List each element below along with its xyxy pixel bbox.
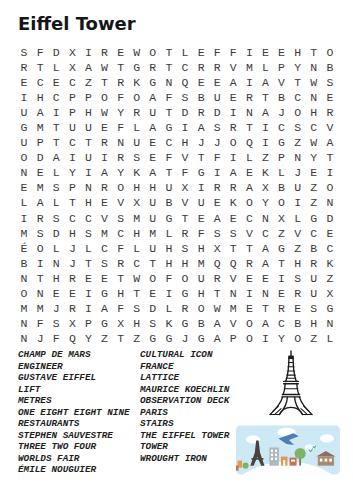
grid-cell: L: [48, 195, 64, 210]
word-list-item: RESTAURANTS: [18, 418, 130, 430]
grid-cell: Z: [80, 75, 96, 90]
grid-cell: G: [177, 286, 193, 301]
grid-cell: H: [193, 286, 209, 301]
grid-cell: G: [274, 135, 290, 150]
grid-cell: R: [241, 90, 257, 105]
grid-cell: P: [80, 316, 96, 331]
grid-cell: U: [193, 195, 209, 210]
grid-cell: S: [145, 316, 161, 331]
grid-cell: U: [145, 241, 161, 256]
grid-cell: V: [290, 226, 306, 241]
grid-cell: A: [257, 256, 273, 271]
word-list-item: CULTURAL ICON: [140, 349, 229, 361]
word-list-left: CHAMP DE MARSENGINEERGUSTAVE EIFFELLIFTM…: [18, 349, 130, 476]
grid-cell: F: [225, 45, 241, 60]
grid-cell: S: [129, 301, 145, 316]
grid-cell: E: [241, 271, 257, 286]
grid-cell: S: [48, 211, 64, 226]
grid-cell: Q: [241, 135, 257, 150]
grid-cell: F: [209, 150, 225, 165]
grid-cell: V: [225, 316, 241, 331]
grid-cell: O: [290, 331, 306, 346]
grid-cell: R: [290, 286, 306, 301]
grid-cell: M: [32, 180, 48, 195]
grid-cell: M: [241, 60, 257, 75]
grid-cell: B: [306, 241, 322, 256]
grid-cell: X: [322, 286, 338, 301]
grid-cell: A: [209, 211, 225, 226]
grid-cell: M: [129, 211, 145, 226]
grid-cell: K: [257, 165, 273, 180]
grid-cell: N: [16, 165, 32, 180]
grid-cell: X: [129, 195, 145, 210]
grid-cell: V: [177, 195, 193, 210]
grid-cell: T: [193, 150, 209, 165]
grid-cell: G: [96, 286, 112, 301]
grid-cell: G: [193, 165, 209, 180]
grid-cell: C: [257, 226, 273, 241]
grid-cell: H: [64, 226, 80, 241]
grid-cell: H: [193, 241, 209, 256]
grid-cell: T: [274, 256, 290, 271]
grid-cell: Y: [290, 60, 306, 75]
grid-cell: A: [225, 75, 241, 90]
grid-cell: S: [177, 90, 193, 105]
word-list-item: THE EIFFEL TOWER: [140, 430, 229, 442]
grid-cell: I: [96, 150, 112, 165]
grid-cell: N: [322, 316, 338, 331]
grid-cell: P: [32, 135, 48, 150]
grid-cell: R: [129, 105, 145, 120]
grid-cell: J: [48, 301, 64, 316]
grid-cell: C: [64, 211, 80, 226]
grid-cell: O: [177, 271, 193, 286]
grid-cell: R: [225, 180, 241, 195]
grid-cell: C: [113, 226, 129, 241]
grid-cell: P: [225, 331, 241, 346]
grid-cell: B: [16, 256, 32, 271]
grid-cell: B: [161, 195, 177, 210]
grid-cell: K: [225, 195, 241, 210]
grid-cell: I: [209, 165, 225, 180]
grid-cell: X: [257, 180, 273, 195]
grid-cell: E: [225, 211, 241, 226]
grid-cell: T: [177, 211, 193, 226]
grid-cell: N: [80, 180, 96, 195]
grid-cell: L: [161, 301, 177, 316]
grid-cell: M: [193, 256, 209, 271]
grid-cell: C: [32, 75, 48, 90]
grid-cell: T: [257, 301, 273, 316]
grid-cell: F: [161, 150, 177, 165]
grid-cell: N: [32, 286, 48, 301]
grid-cell: Z: [290, 135, 306, 150]
word-list-item: GUSTAVE EIFFEL: [18, 372, 130, 384]
grid-cell: A: [257, 316, 273, 331]
grid-cell: H: [113, 286, 129, 301]
grid-cell: D: [209, 105, 225, 120]
grid-cell: L: [290, 211, 306, 226]
grid-cell: R: [193, 105, 209, 120]
grid-cell: X: [64, 316, 80, 331]
grid-cell: C: [306, 120, 322, 135]
grid-cell: U: [209, 90, 225, 105]
grid-cell: J: [290, 165, 306, 180]
grid-cell: H: [32, 90, 48, 105]
grid-cell: V: [322, 120, 338, 135]
grid-cell: U: [193, 271, 209, 286]
grid-cell: N: [241, 105, 257, 120]
grid-cell: N: [257, 211, 273, 226]
grid-cell: R: [16, 60, 32, 75]
grid-cell: E: [322, 226, 338, 241]
grid-cell: B: [274, 90, 290, 105]
grid-cell: G: [322, 301, 338, 316]
grid-cell: Q: [177, 75, 193, 90]
grid-cell: A: [145, 90, 161, 105]
grid-cell: M: [32, 301, 48, 316]
grid-cell: J: [274, 105, 290, 120]
grid-cell: M: [32, 120, 48, 135]
grid-cell: H: [80, 195, 96, 210]
grid-cell: K: [129, 75, 145, 90]
grid-cell: T: [48, 120, 64, 135]
grid-cell: H: [290, 45, 306, 60]
grid-cell: U: [80, 120, 96, 135]
grid-cell: R: [274, 301, 290, 316]
grid-cell: W: [306, 75, 322, 90]
grid-cell: E: [241, 165, 257, 180]
grid-cell: D: [32, 150, 48, 165]
grid-cell: R: [96, 180, 112, 195]
grid-cell: T: [145, 256, 161, 271]
grid-cell: X: [177, 180, 193, 195]
grid-cell: O: [16, 286, 32, 301]
grid-cell: U: [16, 135, 32, 150]
grid-cell: C: [306, 226, 322, 241]
grid-cell: R: [177, 301, 193, 316]
grid-cell: E: [145, 150, 161, 165]
grid-cell: X: [209, 241, 225, 256]
grid-cell: F: [177, 165, 193, 180]
grid-cell: R: [322, 105, 338, 120]
grid-cell: T: [161, 105, 177, 120]
grid-cell: T: [80, 135, 96, 150]
grid-cell: E: [257, 45, 273, 60]
grid-cell: H: [161, 256, 177, 271]
grid-cell: V: [225, 60, 241, 75]
grid-cell: Y: [257, 195, 273, 210]
grid-cell: E: [193, 211, 209, 226]
grid-cell: E: [16, 75, 32, 90]
grid-cell: C: [48, 90, 64, 105]
grid-cell: I: [177, 120, 193, 135]
grid-cell: U: [129, 135, 145, 150]
grid-cell: M: [16, 301, 32, 316]
grid-cell: A: [32, 195, 48, 210]
word-list-item: CHAMP DE MARS: [18, 349, 130, 361]
grid-cell: Y: [80, 331, 96, 346]
grid-cell: L: [48, 60, 64, 75]
grid-cell: I: [193, 180, 209, 195]
grid-cell: E: [306, 165, 322, 180]
word-list-item: LATTICE: [140, 372, 229, 384]
grid-cell: B: [193, 316, 209, 331]
grid-cell: E: [193, 75, 209, 90]
grid-cell: W: [306, 135, 322, 150]
grid-cell: L: [48, 241, 64, 256]
grid-cell: X: [274, 211, 290, 226]
grid-cell: N: [16, 271, 32, 286]
grid-cell: I: [64, 150, 80, 165]
grid-cell: E: [274, 45, 290, 60]
grid-cell: R: [306, 256, 322, 271]
grid-cell: A: [209, 316, 225, 331]
grid-cell: Z: [306, 195, 322, 210]
grid-cell: L: [129, 120, 145, 135]
grid-cell: H: [129, 226, 145, 241]
grid-cell: A: [96, 165, 112, 180]
grid-cell: U: [145, 211, 161, 226]
grid-cell: V: [241, 226, 257, 241]
grid-cell: E: [290, 301, 306, 316]
grid-cell: A: [225, 165, 241, 180]
grid-cell: B: [290, 316, 306, 331]
grid-cell: Y: [113, 105, 129, 120]
grid-cell: A: [209, 331, 225, 346]
grid-cell: X: [64, 60, 80, 75]
grid-cell: O: [113, 180, 129, 195]
grid-cell: U: [80, 150, 96, 165]
grid-cell: O: [16, 150, 32, 165]
grid-cell: A: [257, 75, 273, 90]
grid-cell: R: [113, 75, 129, 90]
grid-cell: N: [225, 286, 241, 301]
grid-cell: D: [145, 301, 161, 316]
grid-cell: T: [129, 286, 145, 301]
word-list-item: OBSERVATION DECK: [140, 395, 229, 407]
grid-cell: G: [145, 331, 161, 346]
grid-cell: R: [96, 135, 112, 150]
grid-cell: O: [274, 195, 290, 210]
grid-cell: W: [129, 271, 145, 286]
grid-cell: C: [241, 211, 257, 226]
grid-cell: R: [113, 150, 129, 165]
grid-cell: L: [322, 331, 338, 346]
grid-cell: N: [257, 286, 273, 301]
grid-cell: R: [145, 60, 161, 75]
grid-cell: C: [322, 241, 338, 256]
grid-cell: E: [113, 45, 129, 60]
word-list-item: METRES: [18, 395, 130, 407]
grid-cell: U: [306, 286, 322, 301]
grid-cell: Q: [225, 256, 241, 271]
grid-cell: I: [241, 75, 257, 90]
grid-cell: R: [209, 271, 225, 286]
grid-cell: K: [129, 165, 145, 180]
grid-cell: S: [129, 150, 145, 165]
grid-cell: S: [80, 226, 96, 241]
grid-cell: D: [48, 45, 64, 60]
grid-cell: I: [257, 135, 273, 150]
grid-cell: A: [80, 60, 96, 75]
grid-cell: C: [129, 256, 145, 271]
grid-cell: L: [161, 226, 177, 241]
grid-cell: O: [145, 271, 161, 286]
grid-cell: U: [64, 120, 80, 135]
grid-cell: E: [145, 286, 161, 301]
grid-cell: S: [113, 211, 129, 226]
grid-cell: E: [225, 90, 241, 105]
grid-cell: J: [64, 256, 80, 271]
grid-cell: T: [32, 60, 48, 75]
grid-cell: L: [16, 195, 32, 210]
word-list-item: ENGINEER: [18, 361, 130, 373]
grid-cell: P: [64, 105, 80, 120]
grid-cell: T: [241, 120, 257, 135]
grid-cell: S: [290, 271, 306, 286]
grid-cell: I: [80, 165, 96, 180]
grid-cell: T: [48, 135, 64, 150]
grid-cell: E: [193, 45, 209, 60]
grid-cell: R: [241, 256, 257, 271]
grid-cell: O: [193, 301, 209, 316]
grid-cell: O: [129, 90, 145, 105]
grid-cell: I: [322, 165, 338, 180]
grid-cell: K: [322, 256, 338, 271]
grid-cell: T: [225, 241, 241, 256]
grid-cell: N: [16, 316, 32, 331]
grid-cell: X: [64, 45, 80, 60]
grid-cell: Y: [113, 165, 129, 180]
grid-cell: F: [113, 241, 129, 256]
grid-cell: S: [209, 120, 225, 135]
grid-cell: J: [32, 331, 48, 346]
grid-cell: E: [96, 271, 112, 286]
grid-cell: Q: [64, 331, 80, 346]
grid-cell: R: [64, 271, 80, 286]
grid-cell: S: [225, 226, 241, 241]
grid-cell: S: [48, 180, 64, 195]
grid-cell: G: [177, 316, 193, 331]
grid-cell: I: [48, 105, 64, 120]
grid-cell: C: [64, 135, 80, 150]
grid-cell: E: [64, 286, 80, 301]
house-icon: [281, 457, 288, 466]
grid-cell: H: [306, 316, 322, 331]
grid-cell: Z: [274, 226, 290, 241]
grid-cell: I: [225, 105, 241, 120]
grid-cell: C: [161, 135, 177, 150]
grid-cell: D: [322, 211, 338, 226]
grid-cell: Z: [129, 331, 145, 346]
grid-cell: G: [161, 331, 177, 346]
grid-cell: T: [322, 150, 338, 165]
grid-cell: F: [193, 226, 209, 241]
grid-cell: L: [129, 241, 145, 256]
grid-cell: L: [177, 45, 193, 60]
word-list-item: THREE TWO FOUR: [18, 441, 130, 453]
grid-cell: L: [241, 150, 257, 165]
grid-cell: M: [16, 226, 32, 241]
grid-cell: E: [257, 271, 273, 286]
word-list-item: FRANCE: [140, 361, 229, 373]
grid-cell: R: [96, 45, 112, 60]
grid-cell: H: [129, 180, 145, 195]
grid-cell: B: [193, 90, 209, 105]
grid-cell: E: [145, 135, 161, 150]
page-title: Eiffel Tower: [18, 13, 136, 34]
grid-cell: E: [48, 75, 64, 90]
word-list-item: TOWER: [140, 441, 229, 453]
word-list-right: CULTURAL ICONFRANCELATTICEMAURICE KOECHL…: [140, 349, 229, 464]
grid-cell: T: [241, 241, 257, 256]
grid-cell: H: [177, 256, 193, 271]
grid-cell: C: [274, 316, 290, 331]
grid-cell: F: [113, 301, 129, 316]
grid-cell: V: [113, 195, 129, 210]
grid-cell: R: [209, 180, 225, 195]
grid-cell: U: [306, 271, 322, 286]
word-list-item: STEPHEN SAUVESTRE: [18, 430, 130, 442]
word-list-item: LIFT: [18, 384, 130, 396]
grid-cell: A: [145, 120, 161, 135]
grid-cell: R: [64, 301, 80, 316]
grid-cell: I: [274, 271, 290, 286]
grid-cell: T: [161, 165, 177, 180]
grid-cell: E: [32, 165, 48, 180]
cloud-icon: [320, 434, 334, 442]
building-icon: [269, 447, 279, 465]
grid-cell: A: [322, 135, 338, 150]
grid-cell: F: [32, 45, 48, 60]
grid-cell: N: [306, 60, 322, 75]
grid-cell: S: [32, 226, 48, 241]
grid-cell: M: [145, 226, 161, 241]
grid-cell: X: [113, 316, 129, 331]
grid-cell: S: [306, 301, 322, 316]
grid-cell: Y: [274, 331, 290, 346]
grid-cell: N: [161, 75, 177, 90]
grid-cell: E: [48, 286, 64, 301]
grid-cell: T: [290, 75, 306, 90]
grid-cell: T: [209, 286, 225, 301]
grid-cell: G: [96, 316, 112, 331]
grid-cell: F: [209, 45, 225, 60]
grid-cell: S: [322, 75, 338, 90]
grid-cell: I: [80, 301, 96, 316]
grid-cell: E: [209, 75, 225, 90]
grid-cell: H: [48, 271, 64, 286]
grid-cell: P: [64, 180, 80, 195]
grid-cell: G: [274, 241, 290, 256]
grid-cell: V: [177, 150, 193, 165]
grid-cell: O: [96, 90, 112, 105]
grid-cell: O: [241, 316, 257, 331]
grid-cell: N: [290, 150, 306, 165]
grid-cell: N: [306, 90, 322, 105]
grid-cell: R: [209, 60, 225, 75]
grid-cell: G: [129, 60, 145, 75]
grid-cell: A: [145, 165, 161, 180]
grid-cell: I: [257, 331, 273, 346]
grid-cell: Z: [290, 241, 306, 256]
tree-icon: [243, 463, 249, 469]
grid-cell: G: [16, 120, 32, 135]
grid-cell: C: [177, 60, 193, 75]
grid-cell: C: [274, 120, 290, 135]
grid-cell: T: [32, 271, 48, 286]
